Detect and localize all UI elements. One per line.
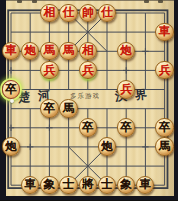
piece-red-chariot[interactable]: 車 — [2, 42, 20, 60]
piece-black-soldier[interactable]: 卒 — [79, 118, 97, 136]
piece-red-advisor[interactable]: 仕 — [59, 4, 77, 22]
piece-black-horse[interactable]: 馬 — [155, 137, 173, 155]
xiangqi-game-screen: 楚河 汉界 多乐游戏 相仕帥仕車車炮馬馬相炮兵兵兵兵卒卒馬卒卒卒炮炮馬車象士將士… — [0, 0, 178, 200]
piece-red-soldier[interactable]: 兵 — [40, 61, 58, 79]
piece-red-cannon[interactable]: 炮 — [21, 42, 39, 60]
piece-red-chariot[interactable]: 車 — [155, 23, 173, 41]
piece-red-horse[interactable]: 馬 — [59, 42, 77, 60]
piece-red-soldier[interactable]: 兵 — [117, 80, 135, 98]
cropped-top-label-mark — [158, 0, 163, 3]
piece-red-elephant[interactable]: 相 — [79, 42, 97, 60]
piece-red-advisor[interactable]: 仕 — [98, 4, 116, 22]
piece-black-soldier[interactable]: 卒 — [40, 99, 58, 117]
piece-black-advisor[interactable]: 士 — [59, 176, 77, 194]
piece-black-advisor[interactable]: 士 — [98, 176, 116, 194]
piece-black-cannon[interactable]: 炮 — [2, 137, 20, 155]
bottom-edge-strip — [0, 196, 178, 201]
piece-red-general[interactable]: 帥 — [79, 4, 97, 22]
cropped-top-label-mark — [17, 0, 22, 3]
piece-black-chariot[interactable]: 車 — [136, 176, 154, 194]
xiangqi-board[interactable]: 相仕帥仕車車炮馬馬相炮兵兵兵兵卒卒馬卒卒卒炮炮馬車象士將士象車 — [1, 3, 174, 194]
piece-black-soldier[interactable]: 卒 — [2, 80, 20, 98]
piece-black-general[interactable]: 將 — [79, 176, 97, 194]
piece-red-soldier[interactable]: 兵 — [79, 61, 97, 79]
piece-red-elephant[interactable]: 相 — [40, 4, 58, 22]
piece-black-elephant[interactable]: 象 — [117, 176, 135, 194]
cropped-top-label-mark — [144, 0, 149, 3]
piece-black-horse[interactable]: 馬 — [59, 99, 77, 117]
last-move-indicator-dot — [10, 99, 14, 103]
piece-black-cannon[interactable]: 炮 — [98, 137, 116, 155]
piece-red-horse[interactable]: 馬 — [40, 42, 58, 60]
piece-black-elephant[interactable]: 象 — [40, 176, 58, 194]
piece-red-cannon[interactable]: 炮 — [117, 42, 135, 60]
piece-red-soldier[interactable]: 兵 — [155, 61, 173, 79]
piece-black-chariot[interactable]: 車 — [21, 176, 39, 194]
piece-black-soldier[interactable]: 卒 — [117, 118, 135, 136]
cropped-top-label-mark — [32, 0, 37, 3]
piece-black-soldier[interactable]: 卒 — [155, 118, 173, 136]
